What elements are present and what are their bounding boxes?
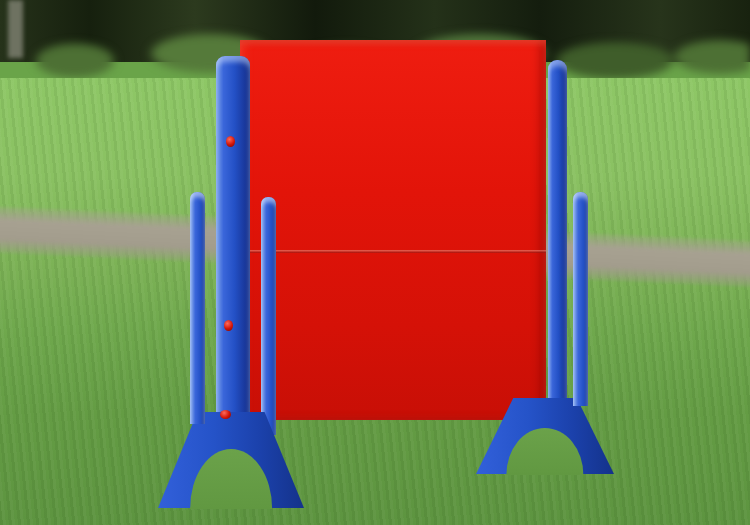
board-grid	[240, 64, 546, 400]
red-knob	[226, 136, 235, 147]
right-disc-pole	[573, 192, 588, 406]
red-knob	[220, 410, 231, 419]
left-outer-disc-pole	[190, 192, 205, 424]
left-foot-base	[158, 412, 304, 508]
board-face	[240, 40, 546, 420]
right-foot-base	[476, 398, 614, 474]
left-inner-disc-pole	[261, 197, 276, 435]
right-frame-post	[548, 60, 567, 420]
red-knob	[224, 320, 233, 331]
board-middle-seam	[240, 250, 546, 253]
board-top-scallops	[240, 22, 546, 40]
garden-scene	[0, 0, 750, 525]
left-frame-post	[216, 56, 250, 426]
connect-four-board	[240, 22, 546, 446]
